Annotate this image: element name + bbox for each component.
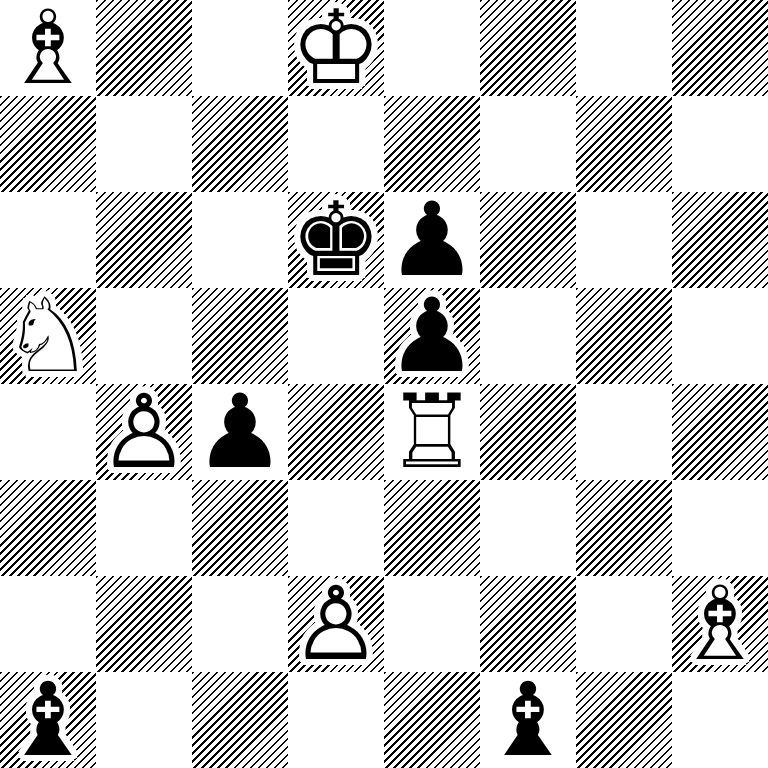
black-pawn-icon: ♟: [384, 288, 480, 384]
white-knight-icon: ♘: [0, 288, 96, 384]
square-g5[interactable]: [576, 288, 672, 384]
square-d2[interactable]: ♟♙: [288, 576, 384, 672]
square-e1[interactable]: [384, 672, 480, 768]
black-pawn-e6[interactable]: ♟♟: [384, 192, 480, 288]
square-d6[interactable]: ♚♚: [288, 192, 384, 288]
white-pawn-icon: ♙: [96, 384, 192, 480]
square-f7[interactable]: [480, 96, 576, 192]
square-b1[interactable]: [96, 672, 192, 768]
square-g2[interactable]: [576, 576, 672, 672]
square-c7[interactable]: [192, 96, 288, 192]
square-c2[interactable]: [192, 576, 288, 672]
square-d3[interactable]: [288, 480, 384, 576]
black-bishop-f1[interactable]: ♝♝: [480, 672, 576, 768]
square-h3[interactable]: [672, 480, 768, 576]
square-f1[interactable]: ♝♝: [480, 672, 576, 768]
square-b8[interactable]: [96, 0, 192, 96]
white-bishop-icon: ♗: [0, 0, 96, 96]
square-a6[interactable]: [0, 192, 96, 288]
square-c8[interactable]: [192, 0, 288, 96]
square-e4[interactable]: ♜♖: [384, 384, 480, 480]
square-e6[interactable]: ♟♟: [384, 192, 480, 288]
square-b7[interactable]: [96, 96, 192, 192]
white-bishop-icon: ♗: [672, 576, 768, 672]
square-b5[interactable]: [96, 288, 192, 384]
white-knight-a5[interactable]: ♞♘: [0, 288, 96, 384]
square-d1[interactable]: [288, 672, 384, 768]
chess-board: ♝♗♚♔♚♚♟♟♞♘♟♟♟♙♟♟♜♖♟♙♝♗♝♝♝♝: [0, 0, 768, 768]
square-c3[interactable]: [192, 480, 288, 576]
square-h1[interactable]: [672, 672, 768, 768]
black-pawn-icon: ♟: [192, 384, 288, 480]
square-h6[interactable]: [672, 192, 768, 288]
white-king-icon: ♔: [288, 0, 384, 96]
black-bishop-icon: ♝: [480, 672, 576, 768]
white-pawn-icon: ♙: [288, 576, 384, 672]
square-g8[interactable]: [576, 0, 672, 96]
white-pawn-b4[interactable]: ♟♙: [96, 384, 192, 480]
square-d4[interactable]: [288, 384, 384, 480]
square-c6[interactable]: [192, 192, 288, 288]
white-pawn-d2[interactable]: ♟♙: [288, 576, 384, 672]
white-king-d8[interactable]: ♚♔: [288, 0, 384, 96]
white-bishop-h2[interactable]: ♝♗: [672, 576, 768, 672]
white-rook-e4[interactable]: ♜♖: [384, 384, 480, 480]
square-a8[interactable]: ♝♗: [0, 0, 96, 96]
square-e8[interactable]: [384, 0, 480, 96]
square-h4[interactable]: [672, 384, 768, 480]
black-king-icon: ♚: [288, 192, 384, 288]
square-f4[interactable]: [480, 384, 576, 480]
square-f3[interactable]: [480, 480, 576, 576]
white-rook-icon: ♖: [384, 384, 480, 480]
square-h5[interactable]: [672, 288, 768, 384]
square-e7[interactable]: [384, 96, 480, 192]
square-h8[interactable]: [672, 0, 768, 96]
square-d7[interactable]: [288, 96, 384, 192]
square-g6[interactable]: [576, 192, 672, 288]
square-g3[interactable]: [576, 480, 672, 576]
black-pawn-icon: ♟: [384, 192, 480, 288]
black-pawn-e5[interactable]: ♟♟: [384, 288, 480, 384]
square-e2[interactable]: [384, 576, 480, 672]
black-pawn-c4[interactable]: ♟♟: [192, 384, 288, 480]
square-g7[interactable]: [576, 96, 672, 192]
square-g4[interactable]: [576, 384, 672, 480]
black-bishop-icon: ♝: [0, 672, 96, 768]
square-a5[interactable]: ♞♘: [0, 288, 96, 384]
square-h7[interactable]: [672, 96, 768, 192]
square-d8[interactable]: ♚♔: [288, 0, 384, 96]
square-a4[interactable]: [0, 384, 96, 480]
square-a3[interactable]: [0, 480, 96, 576]
square-c1[interactable]: [192, 672, 288, 768]
square-b4[interactable]: ♟♙: [96, 384, 192, 480]
square-e3[interactable]: [384, 480, 480, 576]
square-f8[interactable]: [480, 0, 576, 96]
black-bishop-a1[interactable]: ♝♝: [0, 672, 96, 768]
square-f6[interactable]: [480, 192, 576, 288]
square-e5[interactable]: ♟♟: [384, 288, 480, 384]
square-h2[interactable]: ♝♗: [672, 576, 768, 672]
square-c5[interactable]: [192, 288, 288, 384]
square-f5[interactable]: [480, 288, 576, 384]
square-b3[interactable]: [96, 480, 192, 576]
white-bishop-a8[interactable]: ♝♗: [0, 0, 96, 96]
square-b2[interactable]: [96, 576, 192, 672]
square-b6[interactable]: [96, 192, 192, 288]
square-f2[interactable]: [480, 576, 576, 672]
black-king-d6[interactable]: ♚♚: [288, 192, 384, 288]
square-a2[interactable]: [0, 576, 96, 672]
square-d5[interactable]: [288, 288, 384, 384]
square-a1[interactable]: ♝♝: [0, 672, 96, 768]
square-a7[interactable]: [0, 96, 96, 192]
square-g1[interactable]: [576, 672, 672, 768]
square-c4[interactable]: ♟♟: [192, 384, 288, 480]
